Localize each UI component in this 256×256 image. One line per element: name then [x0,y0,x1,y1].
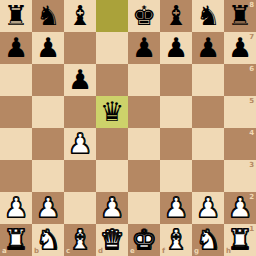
rank-label-6: 6 [249,66,254,73]
square-h1[interactable]: ♜1h [224,224,256,256]
piece-black-pawn[interactable]: ♟ [0,32,32,64]
piece-black-pawn[interactable]: ♟ [128,32,160,64]
square-h2[interactable]: ♟2 [224,192,256,224]
square-g6[interactable] [192,64,224,96]
piece-black-pawn[interactable]: ♟ [192,32,224,64]
piece-white-pawn[interactable]: ♟ [192,192,224,224]
square-d1[interactable]: ♛d [96,224,128,256]
square-e1[interactable]: ♚e [128,224,160,256]
piece-white-pawn[interactable]: ♟ [64,128,96,160]
square-h7[interactable]: ♟7 [224,32,256,64]
square-c4[interactable]: ♟ [64,128,96,160]
square-h3[interactable]: 3 [224,160,256,192]
square-a2[interactable]: ♟ [0,192,32,224]
chess-board: ♜♞♝♚♝♞♜8♟♟♟♟♟♟7♟6♛5♟43♟♟♟♟♟♟2♜a♞b♝c♛d♚e♝… [0,0,256,256]
rank-label-2: 2 [249,194,254,201]
square-b7[interactable]: ♟ [32,32,64,64]
file-label-a: a [2,248,7,255]
square-c7[interactable] [64,32,96,64]
square-h4[interactable]: 4 [224,128,256,160]
square-f1[interactable]: ♝f [160,224,192,256]
square-c6[interactable]: ♟ [64,64,96,96]
piece-black-king[interactable]: ♚ [128,0,160,32]
square-c8[interactable]: ♝ [64,0,96,32]
piece-white-pawn[interactable]: ♟ [32,192,64,224]
piece-black-knight[interactable]: ♞ [192,0,224,32]
square-f4[interactable] [160,128,192,160]
rank-label-3: 3 [249,162,254,169]
piece-black-bishop[interactable]: ♝ [160,0,192,32]
square-b4[interactable] [32,128,64,160]
square-d5[interactable]: ♛ [96,96,128,128]
piece-white-pawn[interactable]: ♟ [96,192,128,224]
square-g4[interactable] [192,128,224,160]
square-f7[interactable]: ♟ [160,32,192,64]
file-label-e: e [130,248,135,255]
square-c3[interactable] [64,160,96,192]
file-label-c: c [66,248,70,255]
piece-white-pawn[interactable]: ♟ [0,192,32,224]
square-h6[interactable]: 6 [224,64,256,96]
square-f2[interactable]: ♟ [160,192,192,224]
rank-label-8: 8 [249,2,254,9]
piece-black-pawn[interactable]: ♟ [160,32,192,64]
square-b5[interactable] [32,96,64,128]
square-e7[interactable]: ♟ [128,32,160,64]
square-f8[interactable]: ♝ [160,0,192,32]
file-label-f: f [162,248,165,255]
square-e2[interactable] [128,192,160,224]
square-b6[interactable] [32,64,64,96]
square-g1[interactable]: ♞g [192,224,224,256]
square-d7[interactable] [96,32,128,64]
square-f6[interactable] [160,64,192,96]
square-f5[interactable] [160,96,192,128]
square-a7[interactable]: ♟ [0,32,32,64]
rank-label-4: 4 [249,130,254,137]
piece-black-rook[interactable]: ♜ [0,0,32,32]
piece-black-pawn[interactable]: ♟ [64,64,96,96]
square-h8[interactable]: ♜8 [224,0,256,32]
rank-label-1: 1 [249,226,254,233]
square-a3[interactable] [0,160,32,192]
file-label-b: b [34,248,39,255]
square-a8[interactable]: ♜ [0,0,32,32]
square-a4[interactable] [0,128,32,160]
square-b8[interactable]: ♞ [32,0,64,32]
square-e6[interactable] [128,64,160,96]
square-d4[interactable] [96,128,128,160]
file-label-d: d [98,248,103,255]
square-e5[interactable] [128,96,160,128]
square-b1[interactable]: ♞b [32,224,64,256]
square-a5[interactable] [0,96,32,128]
piece-black-bishop[interactable]: ♝ [64,0,96,32]
square-g7[interactable]: ♟ [192,32,224,64]
file-label-g: g [194,248,199,255]
square-e4[interactable] [128,128,160,160]
square-f3[interactable] [160,160,192,192]
square-d8[interactable] [96,0,128,32]
piece-black-pawn[interactable]: ♟ [32,32,64,64]
piece-black-queen[interactable]: ♛ [96,96,128,128]
square-e8[interactable]: ♚ [128,0,160,32]
square-d3[interactable] [96,160,128,192]
square-g5[interactable] [192,96,224,128]
rank-label-7: 7 [249,34,254,41]
file-label-h: h [226,248,231,255]
square-a6[interactable] [0,64,32,96]
square-b3[interactable] [32,160,64,192]
square-g8[interactable]: ♞ [192,0,224,32]
piece-black-knight[interactable]: ♞ [32,0,64,32]
square-c5[interactable] [64,96,96,128]
rank-label-5: 5 [249,98,254,105]
square-d6[interactable] [96,64,128,96]
square-g3[interactable] [192,160,224,192]
square-a1[interactable]: ♜a [0,224,32,256]
piece-white-pawn[interactable]: ♟ [160,192,192,224]
square-c2[interactable] [64,192,96,224]
square-c1[interactable]: ♝c [64,224,96,256]
square-b2[interactable]: ♟ [32,192,64,224]
square-g2[interactable]: ♟ [192,192,224,224]
square-e3[interactable] [128,160,160,192]
square-h5[interactable]: 5 [224,96,256,128]
square-d2[interactable]: ♟ [96,192,128,224]
